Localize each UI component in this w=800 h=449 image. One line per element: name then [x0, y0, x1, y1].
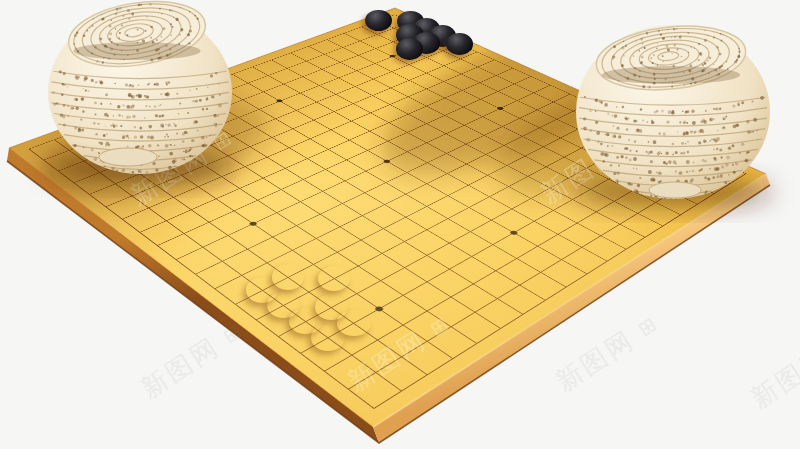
watermark: 新图网⊞ — [550, 310, 662, 397]
svg-text:新图网: 新图网 — [745, 341, 800, 414]
bowl-lid — [593, 19, 749, 96]
svg-text:新图网: 新图网 — [135, 331, 224, 404]
watermark: 新图网⊞ — [745, 327, 800, 414]
go-board-product-photo: Go (Weiqi / Baduk) — overhead product ph… — [0, 0, 800, 449]
watermark: 新图网⊞ — [135, 317, 247, 404]
go-board — [9, 8, 766, 427]
black-stone — [446, 33, 473, 55]
bowl-lid — [64, 0, 210, 75]
svg-text:新图网: 新图网 — [550, 324, 639, 397]
black-stone — [365, 10, 392, 31]
svg-text:⊞: ⊞ — [634, 312, 661, 341]
board-grid — [28, 14, 746, 409]
white-stone — [311, 324, 344, 351]
